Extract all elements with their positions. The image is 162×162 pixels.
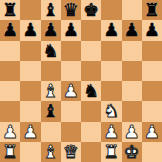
black-knight[interactable]: ♞ bbox=[83, 81, 99, 101]
square-h3[interactable] bbox=[142, 101, 162, 121]
black-rook[interactable]: ♜ bbox=[144, 0, 160, 20]
square-f2[interactable]: ♟ bbox=[101, 122, 121, 142]
square-c8[interactable]: ♝ bbox=[41, 0, 61, 20]
square-e5[interactable] bbox=[81, 61, 101, 81]
square-h7[interactable]: ♟ bbox=[142, 20, 162, 40]
white-bishop[interactable]: ♝ bbox=[43, 81, 59, 101]
black-queen[interactable]: ♛ bbox=[63, 0, 79, 20]
square-g5[interactable] bbox=[122, 61, 142, 81]
square-d3[interactable] bbox=[61, 101, 81, 121]
square-e1[interactable] bbox=[81, 142, 101, 162]
square-a3[interactable] bbox=[0, 101, 20, 121]
white-pawn[interactable]: ♟ bbox=[63, 81, 79, 101]
square-a1[interactable]: ♜ bbox=[0, 142, 20, 162]
square-c4[interactable]: ♝ bbox=[41, 81, 61, 101]
square-h8[interactable]: ♜ bbox=[142, 0, 162, 20]
square-g4[interactable] bbox=[122, 81, 142, 101]
square-e8[interactable]: ♚ bbox=[81, 0, 101, 20]
square-c2[interactable] bbox=[41, 122, 61, 142]
black-pawn[interactable]: ♟ bbox=[103, 20, 119, 40]
square-a2[interactable]: ♟ bbox=[0, 122, 20, 142]
square-d2[interactable] bbox=[61, 122, 81, 142]
square-c3[interactable]: ♝ bbox=[41, 101, 61, 121]
square-b6[interactable] bbox=[20, 41, 40, 61]
square-g7[interactable]: ♟ bbox=[122, 20, 142, 40]
square-g1[interactable]: ♚ bbox=[122, 142, 142, 162]
square-f4[interactable] bbox=[101, 81, 121, 101]
square-e4[interactable]: ♞ bbox=[81, 81, 101, 101]
black-rook[interactable]: ♜ bbox=[2, 0, 18, 20]
white-queen[interactable]: ♛ bbox=[63, 141, 79, 161]
square-g3[interactable] bbox=[122, 101, 142, 121]
square-d5[interactable] bbox=[61, 61, 81, 81]
square-c7[interactable]: ♟ bbox=[41, 20, 61, 40]
black-pawn[interactable]: ♟ bbox=[43, 20, 59, 40]
square-f7[interactable]: ♟ bbox=[101, 20, 121, 40]
black-knight[interactable]: ♞ bbox=[43, 40, 59, 60]
white-pawn[interactable]: ♟ bbox=[124, 121, 140, 141]
black-bishop[interactable]: ♝ bbox=[43, 0, 59, 20]
white-pawn[interactable]: ♟ bbox=[103, 121, 119, 141]
black-pawn[interactable]: ♟ bbox=[22, 20, 38, 40]
black-pawn[interactable]: ♟ bbox=[144, 20, 160, 40]
square-b2[interactable]: ♟ bbox=[20, 122, 40, 142]
square-a5[interactable] bbox=[0, 61, 20, 81]
square-g8[interactable] bbox=[122, 0, 142, 20]
square-b7[interactable]: ♟ bbox=[20, 20, 40, 40]
black-pawn[interactable]: ♟ bbox=[2, 20, 18, 40]
square-h2[interactable]: ♟ bbox=[142, 122, 162, 142]
white-rook[interactable]: ♜ bbox=[103, 141, 119, 161]
square-h6[interactable] bbox=[142, 41, 162, 61]
square-a7[interactable]: ♟ bbox=[0, 20, 20, 40]
black-pawn[interactable]: ♟ bbox=[124, 20, 140, 40]
square-a4[interactable] bbox=[0, 81, 20, 101]
square-f8[interactable] bbox=[101, 0, 121, 20]
white-pawn[interactable]: ♟ bbox=[22, 121, 38, 141]
square-e2[interactable] bbox=[81, 122, 101, 142]
square-h4[interactable] bbox=[142, 81, 162, 101]
square-b5[interactable] bbox=[20, 61, 40, 81]
square-b8[interactable] bbox=[20, 0, 40, 20]
white-pawn[interactable]: ♟ bbox=[2, 121, 18, 141]
white-pawn[interactable]: ♟ bbox=[144, 121, 160, 141]
square-c6[interactable]: ♞ bbox=[41, 41, 61, 61]
white-knight[interactable]: ♞ bbox=[103, 101, 119, 121]
square-b1[interactable] bbox=[20, 142, 40, 162]
square-f1[interactable]: ♜ bbox=[101, 142, 121, 162]
square-g6[interactable] bbox=[122, 41, 142, 61]
square-f3[interactable]: ♞ bbox=[101, 101, 121, 121]
square-h1[interactable] bbox=[142, 142, 162, 162]
square-c1[interactable]: ♝ bbox=[41, 142, 61, 162]
square-c5[interactable] bbox=[41, 61, 61, 81]
square-d7[interactable]: ♟ bbox=[61, 20, 81, 40]
white-king[interactable]: ♚ bbox=[124, 141, 140, 161]
square-b3[interactable] bbox=[20, 101, 40, 121]
black-pawn[interactable]: ♟ bbox=[63, 20, 79, 40]
white-rook[interactable]: ♜ bbox=[2, 141, 18, 161]
square-e7[interactable] bbox=[81, 20, 101, 40]
square-d1[interactable]: ♛ bbox=[61, 142, 81, 162]
white-bishop[interactable]: ♝ bbox=[43, 141, 59, 161]
black-king[interactable]: ♚ bbox=[83, 0, 99, 20]
square-f5[interactable] bbox=[101, 61, 121, 81]
square-a6[interactable] bbox=[0, 41, 20, 61]
square-d8[interactable]: ♛ bbox=[61, 0, 81, 20]
square-g2[interactable]: ♟ bbox=[122, 122, 142, 142]
square-a8[interactable]: ♜ bbox=[0, 0, 20, 20]
chess-board: ♜♝♛♚♜♟♟♟♟♟♟♟♞♝♟♞♝♞♟♟♟♟♟♜♝♛♜♚ bbox=[0, 0, 162, 162]
black-bishop[interactable]: ♝ bbox=[43, 101, 59, 121]
square-f6[interactable] bbox=[101, 41, 121, 61]
square-d4[interactable]: ♟ bbox=[61, 81, 81, 101]
square-e3[interactable] bbox=[81, 101, 101, 121]
square-h5[interactable] bbox=[142, 61, 162, 81]
square-e6[interactable] bbox=[81, 41, 101, 61]
square-b4[interactable] bbox=[20, 81, 40, 101]
square-d6[interactable] bbox=[61, 41, 81, 61]
